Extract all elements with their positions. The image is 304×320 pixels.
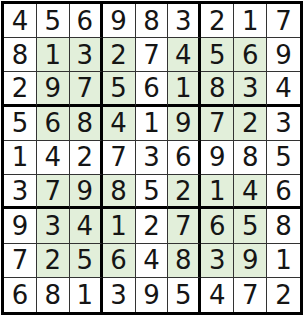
sudoku-cell-r7c8[interactable]: 5 [234,209,267,243]
sudoku-cell-r6c4[interactable]: 8 [103,175,136,209]
sudoku-cell-r2c6[interactable]: 4 [168,38,201,72]
sudoku-cell-r8c8[interactable]: 9 [234,244,267,278]
sudoku-cell-r6c6[interactable]: 2 [168,175,201,209]
sudoku-cell-r4c2[interactable]: 6 [37,107,70,141]
sudoku-cell-r2c5[interactable]: 7 [136,38,169,72]
sudoku-cell-r8c2[interactable]: 2 [37,244,70,278]
sudoku-cell-r2c4[interactable]: 2 [103,38,136,72]
sudoku-cell-r8c4[interactable]: 6 [103,244,136,278]
sudoku-cell-r5c2[interactable]: 4 [37,141,70,175]
sudoku-cell-r4c5[interactable]: 1 [136,107,169,141]
sudoku-cell-r7c7[interactable]: 6 [201,209,234,243]
sudoku-cell-r7c4[interactable]: 1 [103,209,136,243]
sudoku-cell-r3c7[interactable]: 8 [201,72,234,106]
sudoku-cell-r8c7[interactable]: 3 [201,244,234,278]
sudoku-cell-r9c3[interactable]: 1 [70,278,103,312]
sudoku-cell-r3c5[interactable]: 6 [136,72,169,106]
sudoku-cell-r3c1[interactable]: 2 [4,72,37,106]
sudoku-cell-r9c6[interactable]: 5 [168,278,201,312]
sudoku-cell-r3c6[interactable]: 1 [168,72,201,106]
sudoku-cell-r2c7[interactable]: 5 [201,38,234,72]
sudoku-cell-r6c2[interactable]: 7 [37,175,70,209]
sudoku-cell-r4c6[interactable]: 9 [168,107,201,141]
sudoku-cell-r8c5[interactable]: 4 [136,244,169,278]
sudoku-cell-r3c4[interactable]: 5 [103,72,136,106]
sudoku-cell-r4c4[interactable]: 4 [103,107,136,141]
sudoku-cell-r6c5[interactable]: 5 [136,175,169,209]
sudoku-cell-r6c1[interactable]: 3 [4,175,37,209]
sudoku-cell-r1c4[interactable]: 9 [103,4,136,38]
sudoku-cell-r9c4[interactable]: 3 [103,278,136,312]
sudoku-cell-r9c8[interactable]: 7 [234,278,267,312]
sudoku-cell-r1c3[interactable]: 6 [70,4,103,38]
sudoku-cell-r2c3[interactable]: 3 [70,38,103,72]
sudoku-cell-r5c6[interactable]: 6 [168,141,201,175]
sudoku-cell-r4c9[interactable]: 3 [267,107,300,141]
sudoku-cell-r4c3[interactable]: 8 [70,107,103,141]
sudoku-cell-r1c7[interactable]: 2 [201,4,234,38]
sudoku-cell-r2c1[interactable]: 8 [4,38,37,72]
sudoku-cell-r3c3[interactable]: 7 [70,72,103,106]
sudoku-cell-r4c8[interactable]: 2 [234,107,267,141]
sudoku-cell-r8c9[interactable]: 1 [267,244,300,278]
sudoku-cell-r9c2[interactable]: 8 [37,278,70,312]
sudoku-cell-r2c8[interactable]: 6 [234,38,267,72]
sudoku-cell-r4c1[interactable]: 5 [4,107,37,141]
sudoku-cell-r7c1[interactable]: 9 [4,209,37,243]
sudoku-cell-r9c7[interactable]: 4 [201,278,234,312]
sudoku-cell-r3c9[interactable]: 4 [267,72,300,106]
sudoku-cell-r2c2[interactable]: 1 [37,38,70,72]
sudoku-cell-r5c1[interactable]: 1 [4,141,37,175]
sudoku-cell-r1c9[interactable]: 7 [267,4,300,38]
sudoku-cell-r9c5[interactable]: 9 [136,278,169,312]
sudoku-cell-r2c9[interactable]: 9 [267,38,300,72]
sudoku-cell-r9c9[interactable]: 2 [267,278,300,312]
sudoku-cell-r7c6[interactable]: 7 [168,209,201,243]
sudoku-cell-r5c8[interactable]: 8 [234,141,267,175]
sudoku-cell-r3c8[interactable]: 3 [234,72,267,106]
sudoku-cell-r4c7[interactable]: 7 [201,107,234,141]
sudoku-cell-r6c8[interactable]: 4 [234,175,267,209]
sudoku-cell-r7c5[interactable]: 2 [136,209,169,243]
sudoku-cell-r5c4[interactable]: 7 [103,141,136,175]
sudoku-cell-r6c9[interactable]: 6 [267,175,300,209]
sudoku-cell-r1c8[interactable]: 1 [234,4,267,38]
sudoku-cell-r7c2[interactable]: 3 [37,209,70,243]
sudoku-cell-r1c2[interactable]: 5 [37,4,70,38]
sudoku-cell-r5c7[interactable]: 9 [201,141,234,175]
sudoku-cell-r3c2[interactable]: 9 [37,72,70,106]
sudoku-cell-r9c1[interactable]: 6 [4,278,37,312]
sudoku-cell-r5c3[interactable]: 2 [70,141,103,175]
sudoku-cell-r8c1[interactable]: 7 [4,244,37,278]
sudoku-cell-r7c9[interactable]: 8 [267,209,300,243]
sudoku-cell-r6c7[interactable]: 1 [201,175,234,209]
sudoku-board: 4569832178132745692975618345684197231427… [1,1,303,315]
sudoku-cell-r1c1[interactable]: 4 [4,4,37,38]
sudoku-cell-r8c6[interactable]: 8 [168,244,201,278]
sudoku-cell-r7c3[interactable]: 4 [70,209,103,243]
sudoku-cell-r8c3[interactable]: 5 [70,244,103,278]
sudoku-cell-r5c9[interactable]: 5 [267,141,300,175]
sudoku-cell-r5c5[interactable]: 3 [136,141,169,175]
sudoku-cell-r1c6[interactable]: 3 [168,4,201,38]
sudoku-cell-r1c5[interactable]: 8 [136,4,169,38]
sudoku-cell-r6c3[interactable]: 9 [70,175,103,209]
